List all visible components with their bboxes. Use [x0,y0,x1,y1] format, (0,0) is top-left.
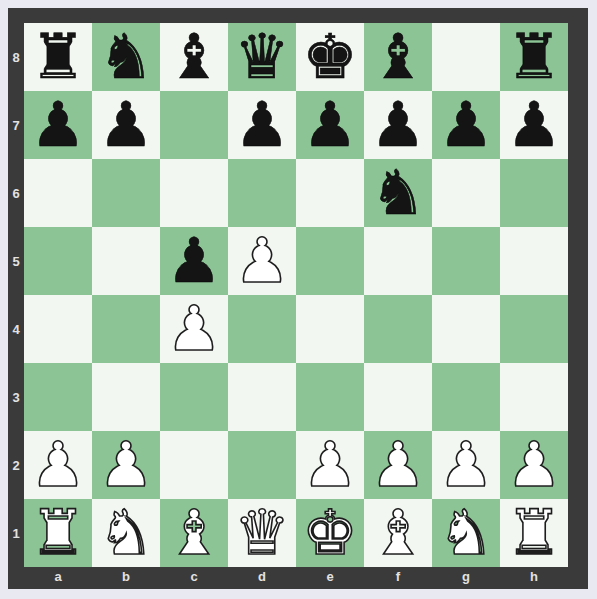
rank-label-2: 2 [8,431,24,499]
square-b8[interactable]: ♞ [92,23,160,91]
piece-black-bishop[interactable]: ♝ [364,23,432,91]
square-b6[interactable] [92,159,160,227]
square-c4[interactable]: ♟ [160,295,228,363]
square-b2[interactable]: ♟ [92,431,160,499]
piece-black-knight[interactable]: ♞ [92,23,160,91]
piece-black-pawn[interactable]: ♟ [500,91,568,159]
piece-white-pawn[interactable]: ♟ [296,431,364,499]
file-label-e: e [296,567,364,589]
square-a2[interactable]: ♟ [24,431,92,499]
rank-label-6: 6 [8,159,24,227]
rank-label-3: 3 [8,363,24,431]
square-b3[interactable] [92,363,160,431]
square-e3[interactable] [296,363,364,431]
square-g5[interactable] [432,227,500,295]
file-label-h: h [500,567,568,589]
square-f1[interactable]: ♝ [364,499,432,567]
file-labels: abcdefgh [24,567,568,589]
chess-board[interactable]: ♜♞♝♛♚♝♜♟♟♟♟♟♟♟♞♟♟♟♟♟♟♟♟♟♜♞♝♛♚♝♞♜ [24,23,568,567]
square-c5[interactable]: ♟ [160,227,228,295]
square-c7[interactable] [160,91,228,159]
square-e7[interactable]: ♟ [296,91,364,159]
square-g1[interactable]: ♞ [432,499,500,567]
piece-black-king[interactable]: ♚ [296,23,364,91]
piece-white-bishop[interactable]: ♝ [364,499,432,567]
piece-black-rook[interactable]: ♜ [24,23,92,91]
piece-white-pawn[interactable]: ♟ [160,295,228,363]
square-g3[interactable] [432,363,500,431]
square-e6[interactable] [296,159,364,227]
square-a5[interactable] [24,227,92,295]
piece-white-knight[interactable]: ♞ [432,499,500,567]
square-c3[interactable] [160,363,228,431]
square-g7[interactable]: ♟ [432,91,500,159]
rank-labels: 87654321 [8,23,24,567]
piece-black-rook[interactable]: ♜ [500,23,568,91]
file-label-a: a [24,567,92,589]
square-d6[interactable] [228,159,296,227]
piece-black-pawn[interactable]: ♟ [296,91,364,159]
square-f2[interactable]: ♟ [364,431,432,499]
square-e4[interactable] [296,295,364,363]
piece-white-bishop[interactable]: ♝ [160,499,228,567]
square-a4[interactable] [24,295,92,363]
piece-black-pawn[interactable]: ♟ [160,227,228,295]
piece-black-pawn[interactable]: ♟ [228,91,296,159]
square-f5[interactable] [364,227,432,295]
piece-white-pawn[interactable]: ♟ [432,431,500,499]
square-a8[interactable]: ♜ [24,23,92,91]
square-h3[interactable] [500,363,568,431]
square-f7[interactable]: ♟ [364,91,432,159]
square-b7[interactable]: ♟ [92,91,160,159]
piece-white-king[interactable]: ♚ [296,499,364,567]
square-a6[interactable] [24,159,92,227]
piece-white-rook[interactable]: ♜ [500,499,568,567]
piece-white-pawn[interactable]: ♟ [24,431,92,499]
square-d2[interactable] [228,431,296,499]
square-c2[interactable] [160,431,228,499]
square-a3[interactable] [24,363,92,431]
file-label-g: g [432,567,500,589]
rank-label-1: 1 [8,499,24,567]
square-g6[interactable] [432,159,500,227]
square-e8[interactable]: ♚ [296,23,364,91]
piece-black-pawn[interactable]: ♟ [432,91,500,159]
piece-white-rook[interactable]: ♜ [24,499,92,567]
file-label-b: b [92,567,160,589]
piece-white-pawn[interactable]: ♟ [228,227,296,295]
square-d3[interactable] [228,363,296,431]
piece-black-queen[interactable]: ♛ [228,23,296,91]
square-a1[interactable]: ♜ [24,499,92,567]
square-h4[interactable] [500,295,568,363]
square-a7[interactable]: ♟ [24,91,92,159]
piece-black-pawn[interactable]: ♟ [92,91,160,159]
square-h6[interactable] [500,159,568,227]
square-h8[interactable]: ♜ [500,23,568,91]
square-c1[interactable]: ♝ [160,499,228,567]
rank-label-4: 4 [8,295,24,363]
piece-black-knight[interactable]: ♞ [364,159,432,227]
file-label-c: c [160,567,228,589]
square-f8[interactable]: ♝ [364,23,432,91]
square-e5[interactable] [296,227,364,295]
piece-white-pawn[interactable]: ♟ [364,431,432,499]
piece-white-knight[interactable]: ♞ [92,499,160,567]
square-g2[interactable]: ♟ [432,431,500,499]
square-d8[interactable]: ♛ [228,23,296,91]
square-b4[interactable] [92,295,160,363]
square-f3[interactable] [364,363,432,431]
square-c8[interactable]: ♝ [160,23,228,91]
square-d4[interactable] [228,295,296,363]
square-h5[interactable] [500,227,568,295]
rank-label-5: 5 [8,227,24,295]
square-d7[interactable]: ♟ [228,91,296,159]
rank-label-8: 8 [8,23,24,91]
square-b5[interactable] [92,227,160,295]
square-f6[interactable]: ♞ [364,159,432,227]
board-frame: 87654321 ♜♞♝♛♚♝♜♟♟♟♟♟♟♟♞♟♟♟♟♟♟♟♟♟♜♞♝♛♚♝♞… [8,8,588,589]
piece-white-pawn[interactable]: ♟ [92,431,160,499]
square-g8[interactable] [432,23,500,91]
square-h1[interactable]: ♜ [500,499,568,567]
piece-black-pawn[interactable]: ♟ [364,91,432,159]
square-e2[interactable]: ♟ [296,431,364,499]
piece-black-pawn[interactable]: ♟ [24,91,92,159]
square-d5[interactable]: ♟ [228,227,296,295]
piece-black-bishop[interactable]: ♝ [160,23,228,91]
square-d1[interactable]: ♛ [228,499,296,567]
file-label-d: d [228,567,296,589]
square-b1[interactable]: ♞ [92,499,160,567]
square-h7[interactable]: ♟ [500,91,568,159]
square-h2[interactable]: ♟ [500,431,568,499]
square-f4[interactable] [364,295,432,363]
square-e1[interactable]: ♚ [296,499,364,567]
piece-white-pawn[interactable]: ♟ [500,431,568,499]
file-label-f: f [364,567,432,589]
piece-white-queen[interactable]: ♛ [228,499,296,567]
square-c6[interactable] [160,159,228,227]
rank-label-7: 7 [8,91,24,159]
square-g4[interactable] [432,295,500,363]
